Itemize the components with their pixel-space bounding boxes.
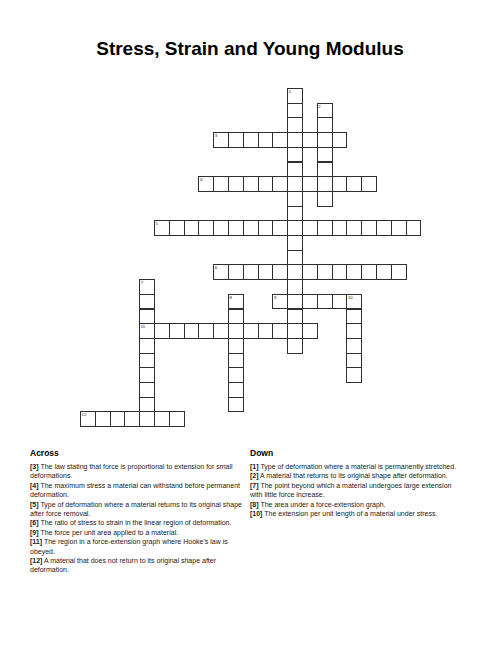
grid-cell[interactable] [198, 220, 214, 236]
grid-cell[interactable] [243, 323, 259, 339]
grid-cell[interactable] [228, 367, 244, 383]
grid-cell[interactable] [287, 294, 303, 310]
grid-cell[interactable] [272, 264, 288, 280]
grid-cell[interactable] [332, 264, 348, 280]
clue-text: The maximum stress a material can withst… [30, 482, 240, 498]
across-clue-list: [3] The law stating that force is propor… [30, 462, 244, 575]
grid-cell[interactable] [228, 397, 244, 413]
clue-number: 6 [215, 265, 217, 270]
grid-cell[interactable] [346, 353, 362, 369]
clue-4-across: [4] The maximum stress a material can wi… [30, 481, 244, 500]
grid-cell[interactable] [287, 176, 303, 192]
clue-1-down: [1] Type of deformation where a material… [250, 462, 464, 471]
clue-text: The law stating that force is proportion… [30, 463, 233, 479]
clue-number: 2 [318, 104, 320, 109]
grid-cell[interactable] [228, 132, 244, 148]
grid-cell[interactable] [317, 176, 333, 192]
clue-text: A material that does not return to its o… [30, 557, 216, 573]
grid-cell[interactable] [332, 176, 348, 192]
grid-cell[interactable] [391, 220, 407, 236]
grid-cell[interactable] [198, 323, 214, 339]
grid-cell[interactable] [302, 176, 318, 192]
grid-cell[interactable] [287, 220, 303, 236]
grid-cell[interactable] [272, 220, 288, 236]
puzzle-title: Stress, Strain and Young Modulus [0, 38, 500, 60]
clue-9-across: [9] The force per unit area applied to a… [30, 528, 244, 537]
grid-cell[interactable] [287, 117, 303, 133]
grid-cell[interactable] [346, 176, 362, 192]
grid-cell[interactable] [228, 353, 244, 369]
clue-number-label: [11] [30, 538, 42, 545]
across-header: Across [30, 448, 244, 458]
grid-cell[interactable] [139, 411, 155, 427]
grid-cell[interactable] [391, 264, 407, 280]
grid-cell[interactable] [213, 323, 229, 339]
clue-text: The point beyond which a material underg… [250, 482, 451, 498]
clue-text: A material that returns to its original … [259, 472, 448, 479]
grid-cell[interactable] [287, 264, 303, 280]
grid-cell[interactable] [346, 367, 362, 383]
grid-cell[interactable] [317, 264, 333, 280]
grid-cell[interactable] [302, 264, 318, 280]
grid-cell[interactable] [154, 323, 170, 339]
clue-text: The region in a force-extension graph wh… [30, 538, 228, 554]
grid-cell[interactable] [228, 338, 244, 354]
clue-number-label: [6] [30, 519, 39, 526]
grid-cell[interactable] [346, 323, 362, 339]
grid-cell[interactable] [287, 162, 303, 178]
grid-cell[interactable] [139, 294, 155, 310]
grid-cell[interactable] [184, 220, 200, 236]
clue-10-down: [10] The extension per unit length of a … [250, 509, 464, 518]
grid-cell[interactable] [139, 338, 155, 354]
grid-cell[interactable] [272, 323, 288, 339]
grid-cell[interactable] [287, 191, 303, 207]
clue-number-label: [5] [30, 501, 39, 508]
down-clue-list: [1] Type of deformation where a material… [250, 462, 464, 518]
grid-cell[interactable] [317, 191, 333, 207]
crossword-grid: 123456789101112 [80, 88, 422, 428]
clue-text: The force per unit area applied to a mat… [39, 529, 179, 536]
grid-cell[interactable] [139, 309, 155, 325]
grid-cell[interactable] [287, 103, 303, 119]
grid-cell[interactable] [169, 411, 185, 427]
grid-cell[interactable] [302, 220, 318, 236]
grid-cell[interactable] [228, 382, 244, 398]
grid-cell[interactable] [169, 323, 185, 339]
grid-cell[interactable] [361, 264, 377, 280]
grid-cell[interactable] [258, 176, 274, 192]
grid-cell[interactable] [302, 132, 318, 148]
grid-cell[interactable] [228, 176, 244, 192]
grid-cell[interactable] [332, 220, 348, 236]
clue-number: 7 [141, 280, 143, 285]
grid-cell[interactable] [139, 353, 155, 369]
grid-cell[interactable] [317, 147, 333, 163]
clue-number: 9 [274, 295, 276, 300]
clue-2-down: [2] A material that returns to its origi… [250, 471, 464, 480]
grid-cell[interactable] [346, 220, 362, 236]
clue-number: 11 [141, 324, 145, 329]
clue-number-label: [10] [250, 510, 262, 517]
clue-number-label: [7] [250, 482, 259, 489]
clue-text: The extension per unit length of a mater… [262, 510, 437, 517]
grid-cell[interactable] [287, 323, 303, 339]
clue-number-label: [8] [250, 501, 259, 508]
grid-cell[interactable] [287, 235, 303, 251]
grid-cell[interactable] [139, 397, 155, 413]
grid-cell[interactable] [287, 279, 303, 295]
across-clues-column: Across [3] The law stating that force is… [30, 448, 244, 575]
grid-cell[interactable] [258, 220, 274, 236]
grid-cell[interactable] [346, 338, 362, 354]
grid-cell[interactable] [272, 132, 288, 148]
clue-text: The ratio of stress to strain in the lin… [39, 519, 232, 526]
grid-cell[interactable] [95, 411, 111, 427]
grid-cell[interactable] [287, 250, 303, 266]
grid-cell[interactable] [228, 323, 244, 339]
clue-8-down: [8] The area under a force-extension gra… [250, 500, 464, 509]
grid-cell[interactable] [317, 294, 333, 310]
clue-3-across: [3] The law stating that force is propor… [30, 462, 244, 481]
grid-cell[interactable] [317, 132, 333, 148]
clue-number-label: [12] [30, 557, 42, 564]
clue-number: 3 [215, 133, 217, 138]
grid-cell[interactable] [228, 264, 244, 280]
down-header: Down [250, 448, 464, 458]
grid-cell[interactable] [258, 132, 274, 148]
grid-cell[interactable] [228, 220, 244, 236]
grid-cell[interactable] [228, 309, 244, 325]
clue-5-across: [5] Type of deformation where a material… [30, 500, 244, 519]
clue-number: 5 [156, 221, 158, 226]
grid-cell[interactable] [243, 132, 259, 148]
down-clues-column: Down [1] Type of deformation where a mat… [250, 448, 464, 518]
clue-number-label: [9] [30, 529, 39, 536]
clue-number: 12 [82, 412, 87, 417]
grid-cell[interactable] [287, 309, 303, 325]
grid-cell[interactable] [258, 323, 274, 339]
grid-cell[interactable] [287, 206, 303, 222]
clue-number: 8 [230, 295, 232, 300]
grid-cell[interactable] [184, 323, 200, 339]
grid-cell[interactable] [139, 367, 155, 383]
grid-cell[interactable] [243, 220, 259, 236]
grid-cell[interactable] [243, 176, 259, 192]
grid-cell[interactable] [302, 294, 318, 310]
grid-cell[interactable] [124, 411, 140, 427]
grid-cell[interactable] [317, 162, 333, 178]
grid-cell[interactable] [302, 323, 318, 339]
grid-cell[interactable] [332, 132, 348, 148]
grid-cell[interactable] [213, 176, 229, 192]
grid-cell[interactable] [154, 411, 170, 427]
clue-11-across: [11] The region in a force-extension gra… [30, 537, 244, 556]
grid-cell[interactable] [346, 264, 362, 280]
grid-cell[interactable] [361, 176, 377, 192]
grid-cell[interactable] [213, 220, 229, 236]
grid-cell[interactable] [361, 220, 377, 236]
clue-6-across: [6] The ratio of stress to strain in the… [30, 518, 244, 527]
clue-number-label: [4] [30, 482, 39, 489]
grid-cell[interactable] [406, 220, 422, 236]
grid-cell[interactable] [346, 309, 362, 325]
clue-number: 10 [348, 295, 353, 300]
clue-7-down: [7] The point beyond which a material un… [250, 481, 464, 500]
clue-text: The area under a force-extension graph. [259, 501, 386, 508]
grid-cell[interactable] [287, 147, 303, 163]
grid-cell[interactable] [139, 382, 155, 398]
grid-cell[interactable] [287, 132, 303, 148]
clue-text: Type of deformation where a material ret… [30, 501, 242, 517]
grid-cell[interactable] [258, 264, 274, 280]
grid-cell[interactable] [376, 220, 392, 236]
clue-number: 1 [289, 89, 291, 94]
clue-number-label: [3] [30, 463, 39, 470]
grid-cell[interactable] [272, 176, 288, 192]
clue-number-label: [2] [250, 472, 259, 479]
grid-cell[interactable] [243, 264, 259, 280]
grid-cell[interactable] [332, 294, 348, 310]
clue-number-label: [1] [250, 463, 259, 470]
grid-cell[interactable] [376, 264, 392, 280]
grid-cell[interactable] [317, 117, 333, 133]
clue-12-across: [12] A material that does not return to … [30, 556, 244, 575]
clue-number: 4 [200, 177, 202, 182]
grid-cell[interactable] [317, 220, 333, 236]
clue-text: Type of deformation where a material is … [259, 463, 457, 470]
grid-cell[interactable] [110, 411, 126, 427]
grid-cell[interactable] [169, 220, 185, 236]
grid-cell[interactable] [287, 338, 303, 354]
